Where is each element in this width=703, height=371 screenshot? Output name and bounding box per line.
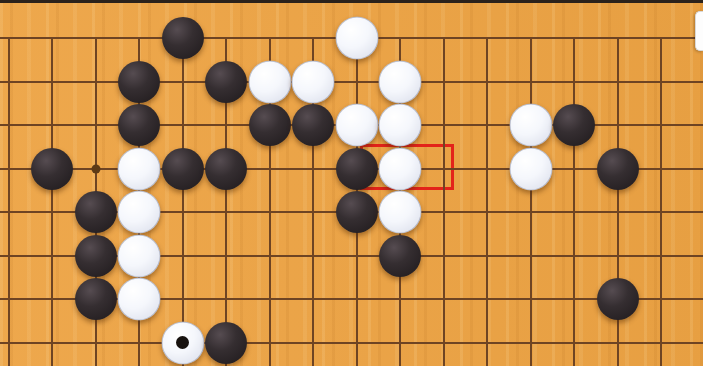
- black-stone[interactable]: [336, 148, 378, 190]
- white-stone[interactable]: [248, 60, 291, 103]
- side-panel-handle[interactable]: [695, 11, 703, 51]
- grid-line-horizontal: [0, 81, 703, 83]
- black-stone[interactable]: [205, 148, 247, 190]
- black-stone[interactable]: [597, 148, 639, 190]
- white-stone[interactable]: [161, 321, 204, 364]
- white-stone[interactable]: [379, 104, 422, 147]
- black-stone[interactable]: [205, 61, 247, 103]
- black-stone[interactable]: [31, 148, 73, 190]
- white-stone[interactable]: [118, 191, 161, 234]
- app-viewport: [0, 0, 703, 371]
- black-stone[interactable]: [162, 148, 204, 190]
- grid-line-vertical: [486, 38, 488, 366]
- grid-line-vertical: [182, 38, 184, 366]
- black-stone[interactable]: [118, 104, 160, 146]
- grid-line-vertical: [573, 38, 575, 366]
- black-stone[interactable]: [249, 104, 291, 146]
- grid-line-vertical: [530, 38, 532, 366]
- black-stone[interactable]: [75, 278, 117, 320]
- white-stone[interactable]: [118, 234, 161, 277]
- grid-line-vertical: [660, 38, 662, 366]
- last-move-marker: [176, 336, 189, 349]
- white-stone[interactable]: [118, 147, 161, 190]
- board-top-edge: [0, 0, 703, 3]
- grid-line-vertical: [51, 38, 53, 366]
- go-board[interactable]: [0, 0, 703, 366]
- black-stone[interactable]: [118, 61, 160, 103]
- black-stone[interactable]: [162, 17, 204, 59]
- grid-line-vertical: [8, 38, 10, 366]
- white-stone[interactable]: [379, 191, 422, 234]
- black-stone[interactable]: [379, 235, 421, 277]
- black-stone[interactable]: [597, 278, 639, 320]
- grid-line-horizontal: [0, 342, 703, 344]
- black-stone[interactable]: [292, 104, 334, 146]
- white-stone[interactable]: [509, 104, 552, 147]
- black-stone[interactable]: [553, 104, 595, 146]
- white-stone[interactable]: [379, 60, 422, 103]
- white-stone[interactable]: [335, 104, 378, 147]
- white-stone[interactable]: [292, 60, 335, 103]
- grid-line-vertical: [443, 38, 445, 366]
- white-stone[interactable]: [118, 278, 161, 321]
- white-stone[interactable]: [379, 147, 422, 190]
- hoshi-star-point: [91, 164, 100, 173]
- black-stone[interactable]: [75, 235, 117, 277]
- black-stone[interactable]: [205, 322, 247, 364]
- black-stone[interactable]: [336, 191, 378, 233]
- black-stone[interactable]: [75, 191, 117, 233]
- white-stone[interactable]: [335, 17, 378, 60]
- white-stone[interactable]: [509, 147, 552, 190]
- page-background-strip: [0, 366, 703, 371]
